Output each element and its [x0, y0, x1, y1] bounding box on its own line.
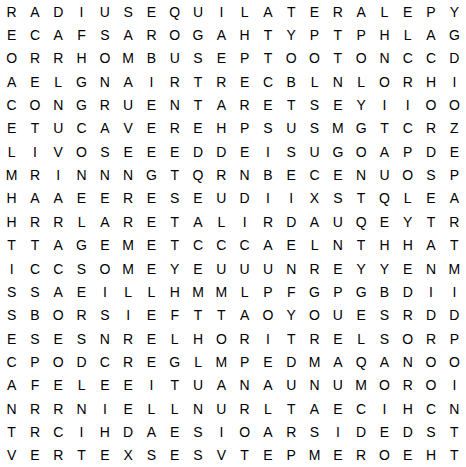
- grid-cell-r2c12[interactable]: T: [256, 23, 279, 46]
- grid-cell-r15c15[interactable]: E: [326, 327, 349, 350]
- grid-cell-r6c7[interactable]: E: [140, 117, 163, 140]
- grid-cell-r18c14[interactable]: A: [303, 397, 326, 420]
- grid-cell-r14c11[interactable]: A: [233, 304, 256, 327]
- grid-cell-r7c6[interactable]: E: [116, 140, 139, 163]
- grid-cell-r16c12[interactable]: E: [256, 350, 279, 373]
- grid-cell-r11c3[interactable]: A: [47, 234, 70, 257]
- grid-cell-r12c15[interactable]: E: [326, 257, 349, 280]
- grid-cell-r6c15[interactable]: M: [326, 117, 349, 140]
- grid-cell-r2c11[interactable]: H: [233, 23, 256, 46]
- grid-cell-r9c20[interactable]: A: [443, 187, 466, 210]
- grid-cell-r16c13[interactable]: D: [280, 350, 303, 373]
- grid-cell-r12c18[interactable]: E: [396, 257, 419, 280]
- grid-cell-r17c13[interactable]: U: [280, 374, 303, 397]
- grid-cell-r8c6[interactable]: N: [116, 163, 139, 186]
- grid-cell-r16c1[interactable]: C: [0, 350, 23, 373]
- grid-cell-r17c11[interactable]: N: [233, 374, 256, 397]
- grid-cell-r2c1[interactable]: E: [0, 23, 23, 46]
- grid-cell-r7c11[interactable]: E: [233, 140, 256, 163]
- grid-cell-r15c2[interactable]: S: [23, 327, 46, 350]
- grid-cell-r4c18[interactable]: R: [396, 70, 419, 93]
- grid-cell-r13c13[interactable]: F: [280, 280, 303, 303]
- grid-cell-r7c3[interactable]: V: [47, 140, 70, 163]
- grid-cell-r6c19[interactable]: R: [419, 117, 442, 140]
- grid-cell-r15c8[interactable]: L: [163, 327, 186, 350]
- grid-cell-r19c14[interactable]: S: [303, 420, 326, 443]
- grid-cell-r2c4[interactable]: F: [70, 23, 93, 46]
- grid-cell-r14c6[interactable]: I: [116, 304, 139, 327]
- grid-cell-r14c2[interactable]: B: [23, 304, 46, 327]
- grid-cell-r3c2[interactable]: R: [23, 47, 46, 70]
- grid-cell-r15c7[interactable]: E: [140, 327, 163, 350]
- grid-cell-r19c1[interactable]: T: [0, 420, 23, 443]
- grid-cell-r8c8[interactable]: T: [163, 163, 186, 186]
- grid-cell-r17c6[interactable]: E: [116, 374, 139, 397]
- grid-cell-r17c18[interactable]: R: [396, 374, 419, 397]
- grid-cell-r16c14[interactable]: M: [303, 350, 326, 373]
- grid-cell-r16c3[interactable]: O: [47, 350, 70, 373]
- grid-cell-r8c9[interactable]: Q: [186, 163, 209, 186]
- grid-cell-r6c4[interactable]: C: [70, 117, 93, 140]
- grid-cell-r9c10[interactable]: U: [210, 187, 233, 210]
- grid-cell-r6c2[interactable]: T: [23, 117, 46, 140]
- grid-cell-r4c15[interactable]: N: [326, 70, 349, 93]
- grid-cell-r5c8[interactable]: N: [163, 93, 186, 116]
- grid-cell-r3c7[interactable]: B: [140, 47, 163, 70]
- grid-cell-r15c9[interactable]: H: [186, 327, 209, 350]
- grid-cell-r9c2[interactable]: A: [23, 187, 46, 210]
- grid-cell-r6c13[interactable]: U: [280, 117, 303, 140]
- grid-cell-r15c3[interactable]: E: [47, 327, 70, 350]
- grid-cell-r17c2[interactable]: F: [23, 374, 46, 397]
- grid-cell-r14c10[interactable]: T: [210, 304, 233, 327]
- grid-cell-r14c8[interactable]: F: [163, 304, 186, 327]
- grid-cell-r5c13[interactable]: T: [280, 93, 303, 116]
- grid-cell-r5c20[interactable]: O: [443, 93, 466, 116]
- grid-cell-r19c7[interactable]: A: [140, 420, 163, 443]
- grid-cell-r20c3[interactable]: R: [47, 444, 70, 467]
- grid-cell-r12c9[interactable]: E: [186, 257, 209, 280]
- grid-cell-r10c8[interactable]: T: [163, 210, 186, 233]
- grid-cell-r11c11[interactable]: C: [233, 234, 256, 257]
- grid-cell-r14c18[interactable]: R: [396, 304, 419, 327]
- grid-cell-r13c15[interactable]: P: [326, 280, 349, 303]
- grid-cell-r4c20[interactable]: I: [443, 70, 466, 93]
- grid-cell-r7c15[interactable]: G: [326, 140, 349, 163]
- grid-cell-r20c16[interactable]: R: [349, 444, 372, 467]
- grid-cell-r14c20[interactable]: D: [443, 304, 466, 327]
- grid-cell-r18c8[interactable]: L: [163, 397, 186, 420]
- grid-cell-r19c19[interactable]: S: [419, 420, 442, 443]
- grid-cell-r20c12[interactable]: E: [256, 444, 279, 467]
- grid-cell-r20c19[interactable]: H: [419, 444, 442, 467]
- grid-cell-r3c1[interactable]: O: [0, 47, 23, 70]
- grid-cell-r9c17[interactable]: Q: [373, 187, 396, 210]
- grid-cell-r16c15[interactable]: A: [326, 350, 349, 373]
- grid-cell-r13c1[interactable]: S: [0, 280, 23, 303]
- grid-cell-r10c6[interactable]: R: [116, 210, 139, 233]
- grid-cell-r12c13[interactable]: N: [280, 257, 303, 280]
- grid-cell-r16c18[interactable]: N: [396, 350, 419, 373]
- grid-cell-r4c5[interactable]: N: [93, 70, 116, 93]
- grid-cell-r1c19[interactable]: P: [419, 0, 442, 23]
- grid-cell-r3c19[interactable]: C: [419, 47, 442, 70]
- grid-cell-r17c7[interactable]: I: [140, 374, 163, 397]
- grid-cell-r3c16[interactable]: O: [349, 47, 372, 70]
- grid-cell-r1c9[interactable]: U: [186, 0, 209, 23]
- grid-cell-r4c4[interactable]: G: [70, 70, 93, 93]
- grid-cell-r11c8[interactable]: T: [163, 234, 186, 257]
- grid-cell-r15c4[interactable]: S: [70, 327, 93, 350]
- grid-cell-r4c2[interactable]: E: [23, 70, 46, 93]
- grid-cell-r7c7[interactable]: E: [140, 140, 163, 163]
- grid-cell-r5c7[interactable]: E: [140, 93, 163, 116]
- grid-cell-r4c9[interactable]: T: [186, 70, 209, 93]
- grid-cell-r1c5[interactable]: U: [93, 0, 116, 23]
- grid-cell-r6c18[interactable]: C: [396, 117, 419, 140]
- grid-cell-r9c8[interactable]: S: [163, 187, 186, 210]
- grid-cell-r19c2[interactable]: R: [23, 420, 46, 443]
- grid-cell-r13c16[interactable]: G: [349, 280, 372, 303]
- grid-cell-r3c20[interactable]: D: [443, 47, 466, 70]
- grid-cell-r10c17[interactable]: E: [373, 210, 396, 233]
- grid-cell-r20c5[interactable]: E: [93, 444, 116, 467]
- grid-cell-r18c7[interactable]: L: [140, 397, 163, 420]
- grid-cell-r4c1[interactable]: A: [0, 70, 23, 93]
- grid-cell-r16c10[interactable]: M: [210, 350, 233, 373]
- grid-cell-r19c13[interactable]: R: [280, 420, 303, 443]
- grid-cell-r14c14[interactable]: O: [303, 304, 326, 327]
- grid-cell-r8c15[interactable]: E: [326, 163, 349, 186]
- grid-cell-r11c2[interactable]: T: [23, 234, 46, 257]
- grid-cell-r13c18[interactable]: D: [396, 280, 419, 303]
- grid-cell-r17c19[interactable]: O: [419, 374, 442, 397]
- grid-cell-r16c16[interactable]: Q: [349, 350, 372, 373]
- grid-cell-r20c7[interactable]: S: [140, 444, 163, 467]
- grid-cell-r9c6[interactable]: R: [116, 187, 139, 210]
- grid-cell-r17c12[interactable]: A: [256, 374, 279, 397]
- grid-cell-r11c4[interactable]: G: [70, 234, 93, 257]
- grid-cell-r10c19[interactable]: T: [419, 210, 442, 233]
- grid-cell-r19c8[interactable]: E: [163, 420, 186, 443]
- grid-cell-r6c3[interactable]: U: [47, 117, 70, 140]
- grid-cell-r11c18[interactable]: H: [396, 234, 419, 257]
- grid-cell-r18c16[interactable]: C: [349, 397, 372, 420]
- grid-cell-r6c9[interactable]: E: [186, 117, 209, 140]
- grid-cell-r4c3[interactable]: L: [47, 70, 70, 93]
- grid-cell-r17c15[interactable]: U: [326, 374, 349, 397]
- grid-cell-r1c17[interactable]: L: [373, 0, 396, 23]
- grid-cell-r1c14[interactable]: E: [303, 0, 326, 23]
- grid-cell-r7c10[interactable]: D: [210, 140, 233, 163]
- grid-cell-r3c9[interactable]: S: [186, 47, 209, 70]
- grid-cell-r18c10[interactable]: U: [210, 397, 233, 420]
- grid-cell-r8c13[interactable]: E: [280, 163, 303, 186]
- grid-cell-r1c6[interactable]: S: [116, 0, 139, 23]
- grid-cell-r8c20[interactable]: P: [443, 163, 466, 186]
- grid-cell-r9c4[interactable]: E: [70, 187, 93, 210]
- grid-cell-r14c3[interactable]: O: [47, 304, 70, 327]
- grid-cell-r7c1[interactable]: L: [0, 140, 23, 163]
- grid-cell-r11c7[interactable]: E: [140, 234, 163, 257]
- grid-cell-r20c8[interactable]: E: [163, 444, 186, 467]
- grid-cell-r10c14[interactable]: A: [303, 210, 326, 233]
- grid-cell-r20c9[interactable]: S: [186, 444, 209, 467]
- grid-cell-r5c12[interactable]: E: [256, 93, 279, 116]
- grid-cell-r3c3[interactable]: R: [47, 47, 70, 70]
- grid-cell-r1c4[interactable]: I: [70, 0, 93, 23]
- grid-cell-r16c7[interactable]: E: [140, 350, 163, 373]
- grid-cell-r2c6[interactable]: A: [116, 23, 139, 46]
- grid-cell-r5c3[interactable]: N: [47, 93, 70, 116]
- grid-cell-r20c4[interactable]: T: [70, 444, 93, 467]
- grid-cell-r12c5[interactable]: O: [93, 257, 116, 280]
- grid-cell-r18c5[interactable]: I: [93, 397, 116, 420]
- grid-cell-r10c3[interactable]: R: [47, 210, 70, 233]
- grid-cell-r12c4[interactable]: S: [70, 257, 93, 280]
- grid-cell-r17c4[interactable]: L: [70, 374, 93, 397]
- grid-cell-r9c14[interactable]: X: [303, 187, 326, 210]
- grid-cell-r12c12[interactable]: U: [256, 257, 279, 280]
- grid-cell-r8c3[interactable]: I: [47, 163, 70, 186]
- grid-cell-r1c7[interactable]: E: [140, 0, 163, 23]
- grid-cell-r7c20[interactable]: E: [443, 140, 466, 163]
- grid-cell-r13c11[interactable]: L: [233, 280, 256, 303]
- grid-cell-r10c15[interactable]: U: [326, 210, 349, 233]
- grid-cell-r16c19[interactable]: O: [419, 350, 442, 373]
- grid-cell-r2c17[interactable]: H: [373, 23, 396, 46]
- grid-cell-r6c10[interactable]: H: [210, 117, 233, 140]
- grid-cell-r10c11[interactable]: I: [233, 210, 256, 233]
- grid-cell-r9c5[interactable]: E: [93, 187, 116, 210]
- grid-cell-r19c17[interactable]: E: [373, 420, 396, 443]
- grid-cell-r8c5[interactable]: N: [93, 163, 116, 186]
- grid-cell-r13c9[interactable]: M: [186, 280, 209, 303]
- grid-cell-r12c20[interactable]: M: [443, 257, 466, 280]
- grid-cell-r7c12[interactable]: I: [256, 140, 279, 163]
- grid-cell-r9c1[interactable]: H: [0, 187, 23, 210]
- grid-cell-r13c10[interactable]: M: [210, 280, 233, 303]
- grid-cell-r1c11[interactable]: L: [233, 0, 256, 23]
- grid-cell-r13c6[interactable]: L: [116, 280, 139, 303]
- grid-cell-r1c18[interactable]: E: [396, 0, 419, 23]
- grid-cell-r11c9[interactable]: C: [186, 234, 209, 257]
- grid-cell-r3c14[interactable]: O: [303, 47, 326, 70]
- grid-cell-r13c19[interactable]: I: [419, 280, 442, 303]
- grid-cell-r9c12[interactable]: I: [256, 187, 279, 210]
- grid-cell-r6c8[interactable]: R: [163, 117, 186, 140]
- grid-cell-r18c20[interactable]: N: [443, 397, 466, 420]
- grid-cell-r20c13[interactable]: P: [280, 444, 303, 467]
- grid-cell-r4c10[interactable]: R: [210, 70, 233, 93]
- grid-cell-r5c15[interactable]: E: [326, 93, 349, 116]
- grid-cell-r12c17[interactable]: Y: [373, 257, 396, 280]
- grid-cell-r11c5[interactable]: E: [93, 234, 116, 257]
- grid-cell-r20c14[interactable]: M: [303, 444, 326, 467]
- grid-cell-r2c10[interactable]: A: [210, 23, 233, 46]
- grid-cell-r1c2[interactable]: A: [23, 0, 46, 23]
- grid-cell-r4c19[interactable]: H: [419, 70, 442, 93]
- grid-cell-r15c20[interactable]: P: [443, 327, 466, 350]
- grid-cell-r12c8[interactable]: Y: [163, 257, 186, 280]
- grid-cell-r16c2[interactable]: P: [23, 350, 46, 373]
- grid-cell-r8c10[interactable]: R: [210, 163, 233, 186]
- grid-cell-r11c17[interactable]: H: [373, 234, 396, 257]
- grid-cell-r13c17[interactable]: B: [373, 280, 396, 303]
- grid-cell-r20c17[interactable]: O: [373, 444, 396, 467]
- grid-cell-r12c19[interactable]: N: [419, 257, 442, 280]
- grid-cell-r1c20[interactable]: Y: [443, 0, 466, 23]
- grid-cell-r2c16[interactable]: P: [349, 23, 372, 46]
- grid-cell-r10c16[interactable]: Q: [349, 210, 372, 233]
- grid-cell-r3c4[interactable]: H: [70, 47, 93, 70]
- grid-cell-r18c13[interactable]: T: [280, 397, 303, 420]
- grid-cell-r5c2[interactable]: O: [23, 93, 46, 116]
- grid-cell-r3c11[interactable]: P: [233, 47, 256, 70]
- grid-cell-r4c8[interactable]: R: [163, 70, 186, 93]
- grid-cell-r4c14[interactable]: L: [303, 70, 326, 93]
- grid-cell-r11c20[interactable]: T: [443, 234, 466, 257]
- grid-cell-r7c16[interactable]: O: [349, 140, 372, 163]
- grid-cell-r18c3[interactable]: R: [47, 397, 70, 420]
- grid-cell-r20c20[interactable]: T: [443, 444, 466, 467]
- grid-cell-r3c8[interactable]: U: [163, 47, 186, 70]
- grid-cell-r6c5[interactable]: A: [93, 117, 116, 140]
- grid-cell-r12c7[interactable]: E: [140, 257, 163, 280]
- grid-cell-r4c11[interactable]: E: [233, 70, 256, 93]
- grid-cell-r15c13[interactable]: T: [280, 327, 303, 350]
- grid-cell-r5c11[interactable]: R: [233, 93, 256, 116]
- grid-cell-r14c4[interactable]: R: [70, 304, 93, 327]
- grid-cell-r1c15[interactable]: R: [326, 0, 349, 23]
- grid-cell-r6c11[interactable]: P: [233, 117, 256, 140]
- grid-cell-r16c8[interactable]: G: [163, 350, 186, 373]
- grid-cell-r3c5[interactable]: O: [93, 47, 116, 70]
- grid-cell-r12c16[interactable]: Y: [349, 257, 372, 280]
- grid-cell-r8c11[interactable]: N: [233, 163, 256, 186]
- grid-cell-r1c3[interactable]: D: [47, 0, 70, 23]
- grid-cell-r11c6[interactable]: M: [116, 234, 139, 257]
- grid-cell-r13c20[interactable]: I: [443, 280, 466, 303]
- grid-cell-r11c12[interactable]: A: [256, 234, 279, 257]
- grid-cell-r15c1[interactable]: E: [0, 327, 23, 350]
- grid-cell-r5c6[interactable]: U: [116, 93, 139, 116]
- grid-cell-r9c18[interactable]: L: [396, 187, 419, 210]
- grid-cell-r7c2[interactable]: I: [23, 140, 46, 163]
- grid-cell-r19c20[interactable]: T: [443, 420, 466, 443]
- grid-cell-r2c19[interactable]: A: [419, 23, 442, 46]
- grid-cell-r10c18[interactable]: Y: [396, 210, 419, 233]
- grid-cell-r14c15[interactable]: U: [326, 304, 349, 327]
- grid-cell-r8c1[interactable]: M: [0, 163, 23, 186]
- grid-cell-r19c10[interactable]: I: [210, 420, 233, 443]
- grid-cell-r1c13[interactable]: T: [280, 0, 303, 23]
- grid-cell-r20c10[interactable]: V: [210, 444, 233, 467]
- grid-cell-r9c19[interactable]: E: [419, 187, 442, 210]
- grid-cell-r2c5[interactable]: S: [93, 23, 116, 46]
- grid-cell-r9c13[interactable]: I: [280, 187, 303, 210]
- grid-cell-r7c13[interactable]: S: [280, 140, 303, 163]
- grid-cell-r6c12[interactable]: S: [256, 117, 279, 140]
- grid-cell-r14c7[interactable]: E: [140, 304, 163, 327]
- grid-cell-r16c4[interactable]: D: [70, 350, 93, 373]
- grid-cell-r18c6[interactable]: E: [116, 397, 139, 420]
- grid-cell-r1c8[interactable]: Q: [163, 0, 186, 23]
- grid-cell-r9c11[interactable]: D: [233, 187, 256, 210]
- grid-cell-r19c18[interactable]: D: [396, 420, 419, 443]
- grid-cell-r2c15[interactable]: T: [326, 23, 349, 46]
- grid-cell-r4c17[interactable]: O: [373, 70, 396, 93]
- grid-cell-r10c4[interactable]: L: [70, 210, 93, 233]
- grid-cell-r9c9[interactable]: E: [186, 187, 209, 210]
- grid-cell-r1c10[interactable]: I: [210, 0, 233, 23]
- grid-cell-r2c8[interactable]: O: [163, 23, 186, 46]
- grid-cell-r15c19[interactable]: R: [419, 327, 442, 350]
- grid-cell-r19c16[interactable]: D: [349, 420, 372, 443]
- grid-cell-r5c4[interactable]: G: [70, 93, 93, 116]
- grid-cell-r1c1[interactable]: R: [0, 0, 23, 23]
- grid-cell-r8c2[interactable]: R: [23, 163, 46, 186]
- grid-cell-r17c20[interactable]: I: [443, 374, 466, 397]
- grid-cell-r8c17[interactable]: U: [373, 163, 396, 186]
- grid-cell-r19c12[interactable]: A: [256, 420, 279, 443]
- grid-cell-r1c12[interactable]: A: [256, 0, 279, 23]
- grid-cell-r3c13[interactable]: O: [280, 47, 303, 70]
- grid-cell-r6c17[interactable]: T: [373, 117, 396, 140]
- grid-cell-r7c17[interactable]: A: [373, 140, 396, 163]
- grid-cell-r14c1[interactable]: S: [0, 304, 23, 327]
- grid-cell-r20c1[interactable]: V: [0, 444, 23, 467]
- grid-cell-r10c20[interactable]: R: [443, 210, 466, 233]
- grid-cell-r11c19[interactable]: A: [419, 234, 442, 257]
- grid-cell-r6c1[interactable]: E: [0, 117, 23, 140]
- grid-cell-r18c19[interactable]: C: [419, 397, 442, 420]
- grid-cell-r3c10[interactable]: E: [210, 47, 233, 70]
- grid-cell-r3c17[interactable]: N: [373, 47, 396, 70]
- grid-cell-r12c11[interactable]: U: [233, 257, 256, 280]
- grid-cell-r15c12[interactable]: I: [256, 327, 279, 350]
- grid-cell-r13c3[interactable]: A: [47, 280, 70, 303]
- grid-cell-r17c14[interactable]: N: [303, 374, 326, 397]
- grid-cell-r8c19[interactable]: S: [419, 163, 442, 186]
- grid-cell-r20c2[interactable]: E: [23, 444, 46, 467]
- grid-cell-r12c2[interactable]: C: [23, 257, 46, 280]
- grid-cell-r8c4[interactable]: N: [70, 163, 93, 186]
- grid-cell-r14c13[interactable]: Y: [280, 304, 303, 327]
- grid-cell-r9c7[interactable]: E: [140, 187, 163, 210]
- grid-cell-r18c18[interactable]: H: [396, 397, 419, 420]
- grid-cell-r11c10[interactable]: C: [210, 234, 233, 257]
- grid-cell-r20c18[interactable]: E: [396, 444, 419, 467]
- grid-cell-r13c14[interactable]: G: [303, 280, 326, 303]
- grid-cell-r5c5[interactable]: R: [93, 93, 116, 116]
- grid-cell-r15c5[interactable]: N: [93, 327, 116, 350]
- grid-cell-r11c1[interactable]: T: [0, 234, 23, 257]
- grid-cell-r9c15[interactable]: S: [326, 187, 349, 210]
- grid-cell-r7c8[interactable]: E: [163, 140, 186, 163]
- grid-cell-r15c11[interactable]: R: [233, 327, 256, 350]
- grid-cell-r12c14[interactable]: R: [303, 257, 326, 280]
- grid-cell-r3c18[interactable]: C: [396, 47, 419, 70]
- grid-cell-r13c5[interactable]: I: [93, 280, 116, 303]
- grid-cell-r13c8[interactable]: H: [163, 280, 186, 303]
- grid-cell-r3c12[interactable]: T: [256, 47, 279, 70]
- grid-cell-r8c18[interactable]: O: [396, 163, 419, 186]
- grid-cell-r14c16[interactable]: E: [349, 304, 372, 327]
- grid-cell-r5c9[interactable]: T: [186, 93, 209, 116]
- grid-cell-r15c14[interactable]: R: [303, 327, 326, 350]
- grid-cell-r10c13[interactable]: D: [280, 210, 303, 233]
